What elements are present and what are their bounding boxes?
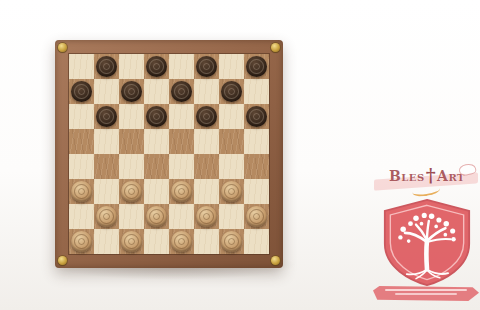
square-a3[interactable] (69, 179, 94, 204)
square-c7[interactable] (119, 79, 144, 104)
square-h1[interactable] (244, 229, 269, 254)
light-piece[interactable] (121, 231, 142, 252)
square-e6[interactable] (169, 104, 194, 129)
square-a5[interactable] (69, 129, 94, 154)
square-g4[interactable] (219, 154, 244, 179)
checkers-board (55, 40, 283, 268)
square-d5[interactable] (144, 129, 169, 154)
square-g2[interactable] (219, 204, 244, 229)
square-a1[interactable] (69, 229, 94, 254)
square-a4[interactable] (69, 154, 94, 179)
square-a7[interactable] (69, 79, 94, 104)
square-g7[interactable] (219, 79, 244, 104)
square-b8[interactable] (94, 54, 119, 79)
square-f8[interactable] (194, 54, 219, 79)
square-h4[interactable] (244, 154, 269, 179)
square-h8[interactable] (244, 54, 269, 79)
dark-piece[interactable] (146, 106, 167, 127)
board-grid (68, 53, 270, 255)
cross-icon: † (426, 170, 436, 180)
square-d1[interactable] (144, 229, 169, 254)
light-piece[interactable] (71, 181, 92, 202)
dark-piece[interactable] (96, 56, 117, 77)
square-d3[interactable] (144, 179, 169, 204)
square-d6[interactable] (144, 104, 169, 129)
square-b6[interactable] (94, 104, 119, 129)
square-f7[interactable] (194, 79, 219, 104)
light-piece[interactable] (221, 231, 242, 252)
square-f2[interactable] (194, 204, 219, 229)
dark-piece[interactable] (171, 81, 192, 102)
light-piece[interactable] (171, 181, 192, 202)
square-c6[interactable] (119, 104, 144, 129)
light-piece[interactable] (246, 206, 267, 227)
square-f6[interactable] (194, 104, 219, 129)
square-b7[interactable] (94, 79, 119, 104)
square-a6[interactable] (69, 104, 94, 129)
square-e4[interactable] (169, 154, 194, 179)
dark-piece[interactable] (96, 106, 117, 127)
square-a8[interactable] (69, 54, 94, 79)
square-e2[interactable] (169, 204, 194, 229)
square-f1[interactable] (194, 229, 219, 254)
brass-corner-inlay (58, 256, 67, 265)
square-h7[interactable] (244, 79, 269, 104)
square-f3[interactable] (194, 179, 219, 204)
square-g1[interactable] (219, 229, 244, 254)
square-d8[interactable] (144, 54, 169, 79)
square-b4[interactable] (94, 154, 119, 179)
brass-corner-inlay (58, 43, 67, 52)
ribbon-banner (373, 286, 479, 301)
square-d7[interactable] (144, 79, 169, 104)
square-c4[interactable] (119, 154, 144, 179)
square-b2[interactable] (94, 204, 119, 229)
square-h6[interactable] (244, 104, 269, 129)
product-photo-scene: Bles†Art (0, 0, 480, 310)
square-d2[interactable] (144, 204, 169, 229)
brass-corner-inlay (271, 43, 280, 52)
brass-corner-inlay (271, 256, 280, 265)
square-e8[interactable] (169, 54, 194, 79)
square-e7[interactable] (169, 79, 194, 104)
square-h2[interactable] (244, 204, 269, 229)
light-piece[interactable] (71, 231, 92, 252)
dark-piece[interactable] (121, 81, 142, 102)
square-b3[interactable] (94, 179, 119, 204)
square-e5[interactable] (169, 129, 194, 154)
brand-left: Bles (389, 168, 425, 184)
dark-piece[interactable] (196, 106, 217, 127)
square-b1[interactable] (94, 229, 119, 254)
square-g8[interactable] (219, 54, 244, 79)
dark-piece[interactable] (221, 81, 242, 102)
square-f4[interactable] (194, 154, 219, 179)
square-c3[interactable] (119, 179, 144, 204)
light-piece[interactable] (171, 231, 192, 252)
square-a2[interactable] (69, 204, 94, 229)
square-h5[interactable] (244, 129, 269, 154)
light-piece[interactable] (96, 206, 117, 227)
dark-piece[interactable] (196, 56, 217, 77)
dark-piece[interactable] (146, 56, 167, 77)
square-d4[interactable] (144, 154, 169, 179)
light-piece[interactable] (146, 206, 167, 227)
square-h3[interactable] (244, 179, 269, 204)
square-c5[interactable] (119, 129, 144, 154)
square-g3[interactable] (219, 179, 244, 204)
shield-icon (381, 198, 473, 286)
dark-piece[interactable] (71, 81, 92, 102)
light-piece[interactable] (196, 206, 217, 227)
square-c1[interactable] (119, 229, 144, 254)
square-f5[interactable] (194, 129, 219, 154)
square-e1[interactable] (169, 229, 194, 254)
dark-piece[interactable] (246, 56, 267, 77)
square-g6[interactable] (219, 104, 244, 129)
blessart-logo: Bles†Art (376, 158, 478, 308)
square-e3[interactable] (169, 179, 194, 204)
ribbon-text-line (395, 293, 457, 295)
dark-piece[interactable] (246, 106, 267, 127)
square-c8[interactable] (119, 54, 144, 79)
square-c2[interactable] (119, 204, 144, 229)
light-piece[interactable] (121, 181, 142, 202)
light-piece[interactable] (221, 181, 242, 202)
square-g5[interactable] (219, 129, 244, 154)
ribbon-text-line (385, 289, 467, 291)
square-b5[interactable] (94, 129, 119, 154)
